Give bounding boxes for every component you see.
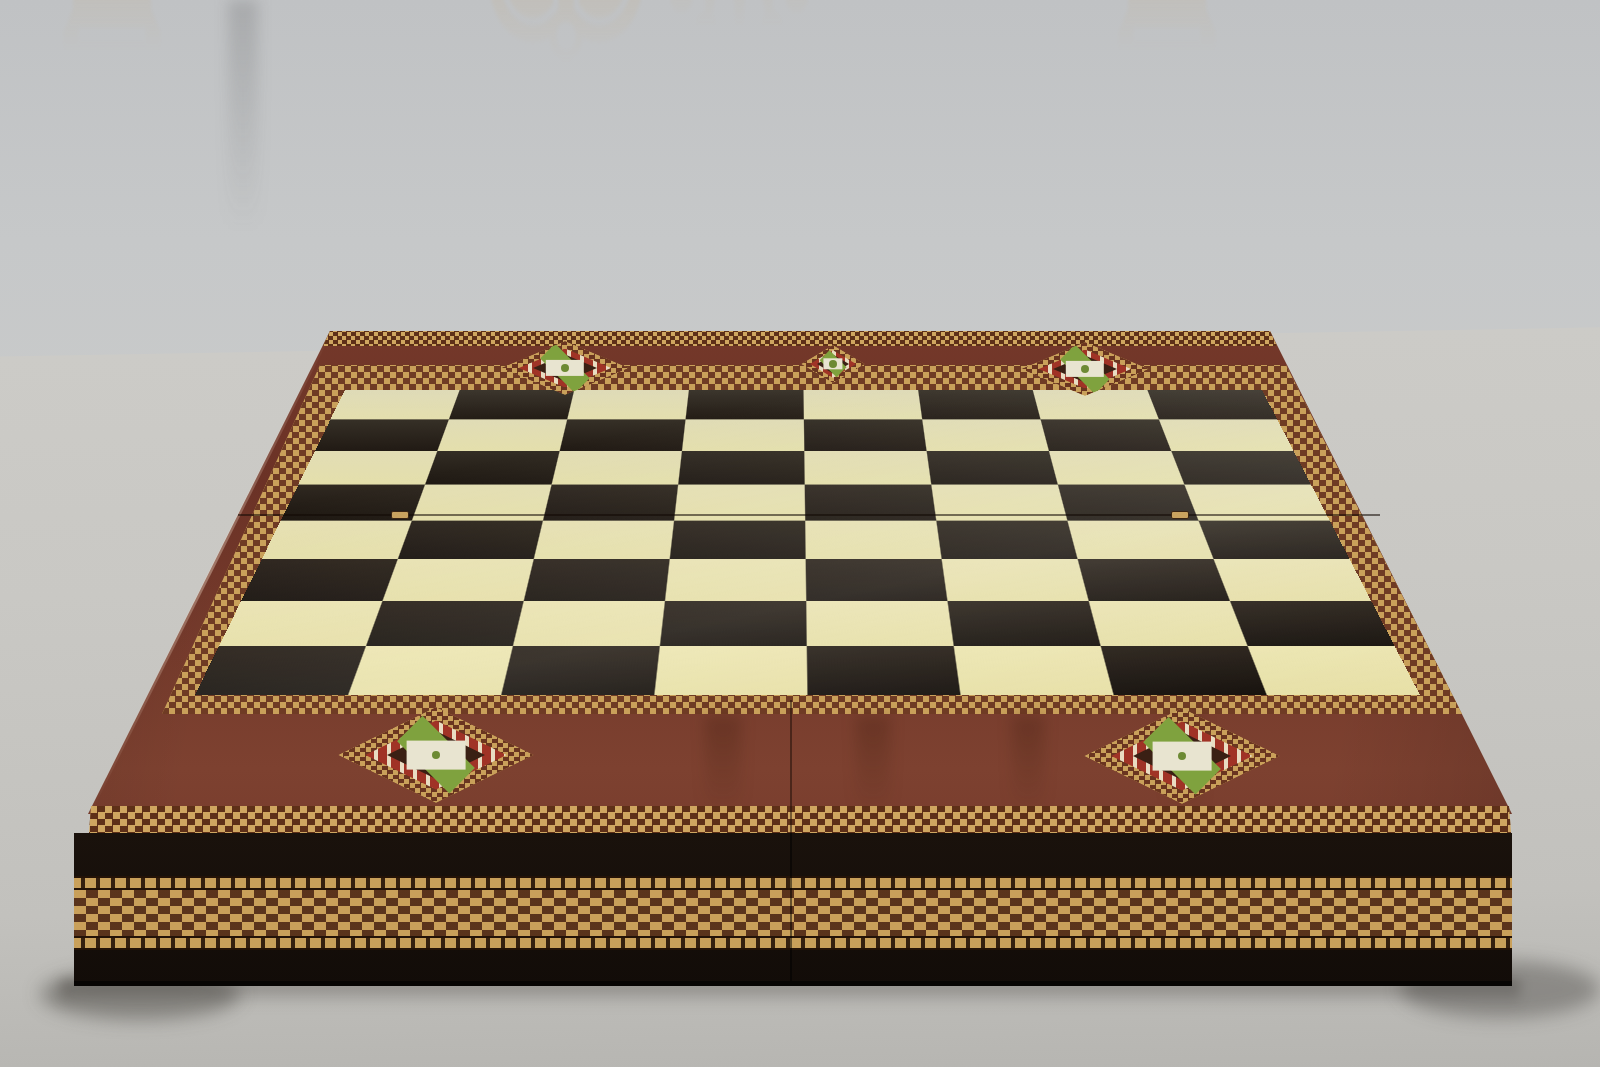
face-mosaic-band <box>74 890 1512 936</box>
box-bottom-edge <box>74 981 1512 986</box>
front-apron-seam <box>790 700 792 833</box>
photo-of-chess-set: ♜♜♞♞♝♝♛♛♚♚♝♝♞♞♜♜♟♟♟♟♟♟♟♟♟♟♟♟♟♟♟♟♟♟♟♟♟♟♟♟… <box>0 0 1600 1067</box>
fold-hinge-left <box>391 511 409 519</box>
wall-shadow-streak <box>228 0 258 230</box>
face-center-seam <box>790 833 792 986</box>
piece-reflection-on-apron <box>1012 716 1044 810</box>
face-chain-strip-bottom <box>74 936 1512 950</box>
box-front-face <box>74 833 1512 986</box>
piece-reflection-on-apron <box>705 716 741 810</box>
piece-reflection: ♜ <box>5 0 220 78</box>
fold-hinge-right <box>1171 511 1189 519</box>
piece-reflection: ♜ <box>1060 0 1275 78</box>
face-chain-strip-top <box>74 876 1512 890</box>
fold-seam <box>238 514 1380 516</box>
piece-reflection-on-apron <box>856 716 890 810</box>
